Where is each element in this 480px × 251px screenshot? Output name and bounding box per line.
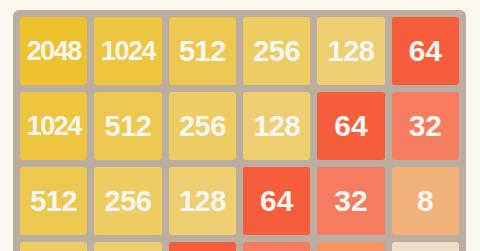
tile-r4c3-64: 64 [169, 242, 236, 251]
tile-r3c1-512: 512 [20, 167, 87, 235]
tile-value: 512 [179, 37, 226, 66]
tile-value: 512 [105, 112, 152, 141]
tile-value: 32 [409, 111, 442, 141]
tile-value: 512 [30, 187, 77, 216]
tile-r3c2-256: 256 [94, 167, 161, 235]
game-board-2048[interactable]: 2048102451225612864102451225612864325122… [13, 10, 466, 251]
tile-value: 64 [409, 36, 442, 66]
tile-r2c1-1024: 1024 [20, 92, 87, 160]
tile-r1c4-256: 256 [243, 17, 310, 85]
tile-value: 256 [179, 112, 226, 141]
tile-r4c4-32: 32 [243, 242, 310, 251]
tile-r2c4-128: 128 [243, 92, 310, 160]
tile-r3c6-8: 8 [392, 167, 459, 235]
tile-r4c5-16: 16 [317, 242, 384, 251]
tile-value: 64 [334, 111, 367, 141]
tile-value: 1024 [27, 113, 81, 140]
tile-value: 64 [260, 186, 293, 216]
tile-r3c3-128: 128 [169, 167, 236, 235]
tile-r1c2-1024: 1024 [94, 17, 161, 85]
tile-r2c5-64: 64 [317, 92, 384, 160]
tile-value: 2048 [27, 38, 81, 65]
tile-r1c5-128: 128 [317, 17, 384, 85]
tile-r3c5-32: 32 [317, 167, 384, 235]
tile-r4c2-128: 128 [94, 242, 161, 251]
tile-r4c6-4: 4 [392, 242, 459, 251]
tile-r3c4-64: 64 [243, 167, 310, 235]
page-background: 2048102451225612864102451225612864325122… [0, 0, 480, 251]
tile-r2c2-512: 512 [94, 92, 161, 160]
tile-r1c6-64: 64 [392, 17, 459, 85]
tile-value: 128 [179, 187, 226, 216]
tile-r1c1-2048: 2048 [20, 17, 87, 85]
tile-r2c6-32: 32 [392, 92, 459, 160]
tile-value: 32 [334, 186, 367, 216]
tile-r2c3-256: 256 [169, 92, 236, 160]
tile-value: 128 [328, 37, 375, 66]
tile-value: 256 [253, 37, 300, 66]
tile-value: 128 [253, 112, 300, 141]
tile-value: 1024 [101, 38, 155, 65]
tile-r4c1-256: 256 [20, 242, 87, 251]
tile-value: 8 [417, 186, 434, 216]
tile-r1c3-512: 512 [169, 17, 236, 85]
tile-value: 256 [105, 187, 152, 216]
